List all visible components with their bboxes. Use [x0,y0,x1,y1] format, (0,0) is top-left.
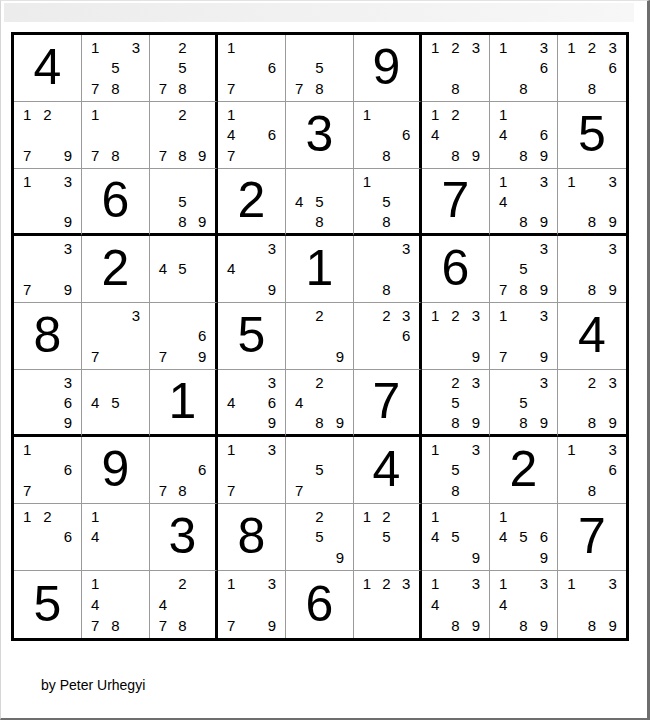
empty-candidate-slot [262,145,282,166]
empty-candidate-slot [221,279,241,300]
candidate-digit: 7 [85,615,105,636]
candidate-digit: 8 [445,412,465,432]
candidate-digit: 2 [445,37,465,58]
candidate-digit: 6 [58,392,78,412]
empty-candidate-slot [192,125,212,146]
cell-r2c4[interactable]: 1467 [218,102,286,169]
empty-candidate-slot [241,58,261,79]
empty-candidate-slot [309,547,329,568]
empty-candidate-slot [513,326,533,347]
empty-candidate-slot [289,305,309,326]
cell-r2c2[interactable]: 178 [82,102,150,169]
empty-candidate-slot [289,372,309,392]
candidate-digit: 1 [357,573,377,594]
cell-r8c4[interactable]: 8 [218,504,286,571]
cell-r5c5[interactable]: 29 [286,303,354,370]
empty-candidate-slot [357,125,377,146]
candidate-digit: 6 [396,326,416,347]
empty-candidate-slot [58,259,78,280]
candidate-digit: 5 [513,392,533,412]
empty-candidate-slot [192,439,212,460]
cell-r1c4[interactable]: 167 [218,35,286,102]
candidate-digit: 3 [466,372,486,392]
empty-candidate-slot [309,480,329,501]
cell-r3c7[interactable]: 7 [422,169,490,236]
empty-candidate-slot [330,392,350,412]
cell-r7c5[interactable]: 57 [286,437,354,504]
empty-candidate-slot [192,594,212,615]
empty-candidate-slot [37,372,57,392]
candidate-digit: 5 [105,58,125,79]
cell-r3c3[interactable]: 589 [150,169,218,236]
cell-r3c8[interactable]: 13489 [490,169,558,236]
empty-candidate-slot [192,78,212,99]
pencil-marks: 389 [561,238,623,300]
empty-candidate-slot [241,104,261,125]
cell-r6c5[interactable]: 2489 [286,370,354,437]
cell-r4c5[interactable]: 1 [286,236,354,303]
pencil-marks: 168 [357,104,416,166]
candidate-digit: 4 [153,594,173,615]
empty-candidate-slot [513,372,533,392]
empty-candidate-slot [192,305,212,326]
empty-candidate-slot [377,104,397,125]
empty-candidate-slot [241,594,261,615]
empty-candidate-slot [309,346,329,367]
cell-r9c5[interactable]: 6 [286,571,354,638]
cell-r6c8[interactable]: 3589 [490,370,558,437]
candidate-digit: 4 [493,191,513,211]
candidate-digit: 4 [425,125,445,146]
cell-r3c1[interactable]: 139 [14,169,82,236]
given-digit: 7 [442,175,470,225]
pencil-marks: 13578 [85,37,146,99]
empty-candidate-slot [241,279,261,300]
cell-r6c6[interactable]: 7 [354,370,422,437]
candidate-digit: 7 [153,480,173,501]
empty-candidate-slot [153,279,173,300]
empty-candidate-slot [561,78,582,99]
empty-candidate-slot [445,547,465,568]
empty-candidate-slot [105,527,125,548]
empty-candidate-slot [58,480,78,501]
empty-candidate-slot [126,594,146,615]
cell-r6c4[interactable]: 3469 [218,370,286,437]
empty-candidate-slot [37,125,57,146]
empty-candidate-slot [241,125,261,146]
empty-candidate-slot [513,238,533,259]
empty-candidate-slot [493,615,513,636]
empty-candidate-slot [396,527,416,548]
cell-r1c6[interactable]: 9 [354,35,422,102]
cell-r9c7[interactable]: 13489 [422,571,490,638]
candidate-digit: 8 [309,78,329,99]
empty-candidate-slot [105,326,125,347]
empty-candidate-slot [17,460,37,481]
empty-candidate-slot [534,594,554,615]
empty-candidate-slot [466,125,486,146]
pencil-marks: 2489 [289,372,350,432]
cell-r3c9[interactable]: 1389 [558,169,626,236]
cell-r5c1[interactable]: 8 [14,303,82,370]
cell-r8c2[interactable]: 14 [82,504,150,571]
empty-candidate-slot [262,460,282,481]
pencil-marks: 1389 [561,573,623,636]
candidate-digit: 5 [173,259,193,280]
given-digit: 5 [578,109,606,159]
empty-candidate-slot [377,547,397,568]
empty-candidate-slot [153,573,173,594]
candidate-digit: 5 [309,191,329,211]
candidate-digit: 2 [309,506,329,527]
empty-candidate-slot [192,58,212,79]
pencil-marks: 13489 [493,573,554,636]
empty-candidate-slot [105,372,125,392]
cell-r5c3[interactable]: 679 [150,303,218,370]
candidate-digit: 3 [602,171,623,191]
candidate-digit: 7 [153,145,173,166]
candidate-digit: 1 [561,171,582,191]
candidate-digit: 9 [58,412,78,432]
pencil-marks: 158 [357,171,416,231]
cell-r8c5[interactable]: 259 [286,504,354,571]
candidate-digit: 7 [493,346,513,367]
empty-candidate-slot [377,259,397,280]
empty-candidate-slot [241,372,261,392]
empty-candidate-slot [445,346,465,367]
cell-r1c1[interactable]: 4 [14,35,82,102]
cell-r3c4[interactable]: 2 [218,169,286,236]
empty-candidate-slot [330,506,350,527]
empty-candidate-slot [192,259,212,280]
cell-r8c3[interactable]: 3 [150,504,218,571]
candidate-digit: 9 [534,615,554,636]
empty-candidate-slot [289,547,309,568]
candidate-digit: 1 [425,439,445,460]
empty-candidate-slot [126,412,146,432]
candidate-digit: 6 [262,392,282,412]
candidate-digit: 4 [493,594,513,615]
cell-r4c7[interactable]: 6 [422,236,490,303]
empty-candidate-slot [192,104,212,125]
candidate-digit: 3 [396,573,416,594]
empty-candidate-slot [493,145,513,166]
candidate-digit: 1 [17,104,37,125]
cell-r5c2[interactable]: 37 [82,303,150,370]
pencil-marks: 1467 [221,104,282,166]
empty-candidate-slot [357,547,377,568]
candidate-digit: 3 [466,439,486,460]
empty-candidate-slot [126,58,146,79]
empty-candidate-slot [153,211,173,231]
empty-candidate-slot [466,594,486,615]
candidate-digit: 3 [262,238,282,259]
empty-candidate-slot [241,439,261,460]
cell-r6c1[interactable]: 369 [14,370,82,437]
cell-r6c3[interactable]: 1 [150,370,218,437]
empty-candidate-slot [37,392,57,412]
cell-r7c9[interactable]: 1368 [558,437,626,504]
empty-candidate-slot [330,58,350,79]
cell-r3c5[interactable]: 458 [286,169,354,236]
cell-r9c8[interactable]: 13489 [490,571,558,638]
empty-candidate-slot [513,594,533,615]
candidate-digit: 8 [173,480,193,501]
empty-candidate-slot [289,346,309,367]
cell-r1c9[interactable]: 12368 [558,35,626,102]
empty-candidate-slot [173,439,193,460]
candidate-digit: 9 [58,279,78,300]
candidate-digit: 6 [396,125,416,146]
candidate-digit: 5 [309,527,329,548]
cell-r6c2[interactable]: 45 [82,370,150,437]
empty-candidate-slot [241,37,261,58]
empty-candidate-slot [582,460,603,481]
cell-r1c2[interactable]: 13578 [82,35,150,102]
cell-r4c8[interactable]: 35789 [490,236,558,303]
empty-candidate-slot [425,78,445,99]
cell-r5c9[interactable]: 4 [558,303,626,370]
candidate-digit: 3 [602,238,623,259]
empty-candidate-slot [289,412,309,432]
cell-r1c5[interactable]: 578 [286,35,354,102]
empty-candidate-slot [445,573,465,594]
empty-candidate-slot [262,37,282,58]
empty-candidate-slot [85,412,105,432]
candidate-digit: 9 [466,547,486,568]
candidate-digit: 8 [582,211,603,231]
empty-candidate-slot [153,439,173,460]
empty-candidate-slot [396,279,416,300]
empty-candidate-slot [425,58,445,79]
given-digit: 6 [102,175,130,225]
cell-r1c7[interactable]: 1238 [422,35,490,102]
pencil-marks: 236 [357,305,416,367]
empty-candidate-slot [126,506,146,527]
pencil-marks: 578 [289,37,350,99]
author-credit: by Peter Urhegyi [41,677,145,693]
cell-r8c7[interactable]: 1459 [422,504,490,571]
candidate-digit: 9 [466,346,486,367]
cell-r2c3[interactable]: 2789 [150,102,218,169]
pencil-marks: 349 [221,238,282,300]
candidate-digit: 8 [582,615,603,636]
given-digit: 2 [510,444,538,494]
candidate-digit: 6 [192,326,212,347]
pencil-marks: 57 [289,439,350,501]
empty-candidate-slot [153,37,173,58]
empty-candidate-slot [445,439,465,460]
given-digit: 1 [306,243,334,293]
empty-candidate-slot [357,527,377,548]
candidate-digit: 2 [582,372,603,392]
empty-candidate-slot [37,211,57,231]
empty-candidate-slot [493,58,513,79]
cell-r3c2[interactable]: 6 [82,169,150,236]
candidate-digit: 1 [85,506,105,527]
cell-r7c4[interactable]: 137 [218,437,286,504]
candidate-digit: 1 [493,506,513,527]
candidate-digit: 1 [17,439,37,460]
empty-candidate-slot [105,547,125,568]
empty-candidate-slot [153,238,173,259]
pencil-marks: 14 [85,506,146,568]
empty-candidate-slot [561,372,582,392]
candidate-digit: 4 [85,392,105,412]
candidate-digit: 2 [37,506,57,527]
candidate-digit: 4 [221,259,241,280]
empty-candidate-slot [561,259,582,280]
cell-r4c4[interactable]: 349 [218,236,286,303]
empty-candidate-slot [241,392,261,412]
empty-candidate-slot [466,527,486,548]
cell-r4c6[interactable]: 38 [354,236,422,303]
empty-candidate-slot [192,191,212,211]
empty-candidate-slot [173,125,193,146]
cell-r8c9[interactable]: 7 [558,504,626,571]
empty-candidate-slot [17,211,37,231]
candidate-digit: 8 [445,78,465,99]
empty-candidate-slot [534,326,554,347]
cell-r8c1[interactable]: 126 [14,504,82,571]
empty-candidate-slot [330,171,350,191]
cell-r7c3[interactable]: 678 [150,437,218,504]
cell-r1c3[interactable]: 2578 [150,35,218,102]
empty-candidate-slot [396,259,416,280]
cell-r7c8[interactable]: 2 [490,437,558,504]
empty-candidate-slot [58,125,78,146]
candidate-digit: 2 [377,573,397,594]
candidate-digit: 9 [262,615,282,636]
candidate-digit: 2 [173,104,193,125]
empty-candidate-slot [37,259,57,280]
empty-candidate-slot [173,171,193,191]
pencil-marks: 1379 [221,573,282,636]
cell-r5c8[interactable]: 1379 [490,303,558,370]
empty-candidate-slot [396,171,416,191]
cell-r2c8[interactable]: 14689 [490,102,558,169]
candidate-digit: 8 [377,279,397,300]
candidate-digit: 4 [493,527,513,548]
empty-candidate-slot [85,125,105,146]
candidate-digit: 7 [153,346,173,367]
cell-r9c9[interactable]: 1389 [558,571,626,638]
empty-candidate-slot [582,191,603,211]
empty-candidate-slot [582,594,603,615]
empty-candidate-slot [357,238,377,259]
cell-r1c8[interactable]: 1368 [490,35,558,102]
pencil-marks: 1358 [425,439,486,501]
pencil-marks: 14689 [493,104,554,166]
cell-r9c2[interactable]: 1478 [82,571,150,638]
cell-r9c4[interactable]: 1379 [218,571,286,638]
empty-candidate-slot [105,412,125,432]
cell-r9c1[interactable]: 5 [14,571,82,638]
candidate-digit: 9 [602,279,623,300]
cell-r2c6[interactable]: 168 [354,102,422,169]
pencil-marks: 13489 [425,573,486,636]
pencil-marks: 126 [17,506,78,568]
cell-r7c6[interactable]: 4 [354,437,422,504]
candidate-digit: 3 [396,305,416,326]
cell-r2c5[interactable]: 3 [286,102,354,169]
empty-candidate-slot [534,191,554,211]
cell-r2c7[interactable]: 12489 [422,102,490,169]
cell-r9c3[interactable]: 2478 [150,571,218,638]
empty-candidate-slot [377,238,397,259]
pencil-marks: 23589 [425,372,486,432]
cell-r2c9[interactable]: 5 [558,102,626,169]
cell-r7c1[interactable]: 167 [14,437,82,504]
empty-candidate-slot [17,547,37,568]
candidate-digit: 9 [192,211,212,231]
empty-candidate-slot [289,58,309,79]
empty-candidate-slot [37,279,57,300]
empty-candidate-slot [192,615,212,636]
cell-r7c7[interactable]: 1358 [422,437,490,504]
page: 4135782578167578912381368123681279178278… [0,0,650,720]
empty-candidate-slot [493,238,513,259]
pencil-marks: 12368 [561,37,623,99]
pencil-marks: 1459 [425,506,486,568]
given-digit: 1 [169,376,197,426]
candidate-digit: 9 [262,412,282,432]
cell-r8c6[interactable]: 125 [354,504,422,571]
candidate-digit: 4 [85,594,105,615]
empty-candidate-slot [85,372,105,392]
candidate-digit: 4 [425,527,445,548]
cell-r6c7[interactable]: 23589 [422,370,490,437]
candidate-digit: 1 [493,104,513,125]
cell-r4c9[interactable]: 389 [558,236,626,303]
cell-r9c6[interactable]: 123 [354,571,422,638]
pencil-marks: 1389 [561,171,623,231]
candidate-digit: 3 [58,171,78,191]
empty-candidate-slot [377,326,397,347]
empty-candidate-slot [289,37,309,58]
pencil-marks: 14569 [493,506,554,568]
empty-candidate-slot [513,346,533,367]
cell-r8c8[interactable]: 14569 [490,504,558,571]
cell-r7c2[interactable]: 9 [82,437,150,504]
candidate-digit: 1 [221,573,241,594]
candidate-digit: 7 [85,346,105,367]
empty-candidate-slot [126,547,146,568]
cell-r4c1[interactable]: 379 [14,236,82,303]
cell-r5c7[interactable]: 1239 [422,303,490,370]
empty-candidate-slot [377,615,397,636]
cell-r4c3[interactable]: 45 [150,236,218,303]
empty-candidate-slot [37,171,57,191]
empty-candidate-slot [289,460,309,481]
cell-r5c4[interactable]: 5 [218,303,286,370]
cell-r2c1[interactable]: 1279 [14,102,82,169]
empty-candidate-slot [582,171,603,191]
empty-candidate-slot [289,439,309,460]
cell-r3c6[interactable]: 158 [354,169,422,236]
empty-candidate-slot [173,326,193,347]
cell-r6c9[interactable]: 2389 [558,370,626,437]
candidate-digit: 3 [602,439,623,460]
empty-candidate-slot [396,594,416,615]
candidate-digit: 5 [445,460,465,481]
candidate-digit: 9 [192,145,212,166]
candidate-digit: 2 [377,305,397,326]
candidate-digit: 9 [330,346,350,367]
empty-candidate-slot [513,506,533,527]
cell-r4c2[interactable]: 2 [82,236,150,303]
cell-r5c6[interactable]: 236 [354,303,422,370]
